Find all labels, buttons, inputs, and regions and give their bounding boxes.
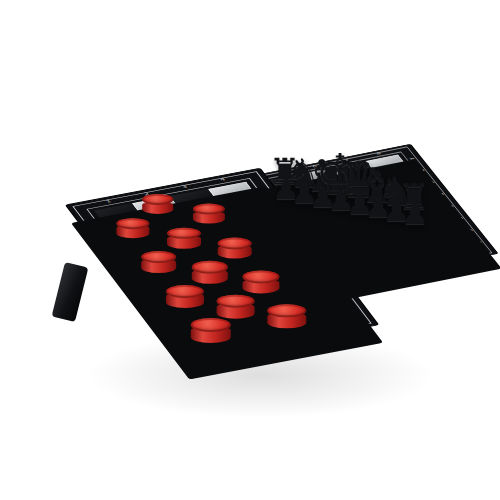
coordinate-number: 3 bbox=[178, 184, 193, 190]
checker-top bbox=[242, 271, 279, 284]
red-checker-piece bbox=[141, 251, 177, 273]
red-checker-piece bbox=[167, 228, 201, 249]
coordinate-number: 1 bbox=[102, 198, 117, 204]
red-checker-piece bbox=[217, 237, 252, 259]
red-checker-piece bbox=[267, 304, 307, 328]
red-checker-piece bbox=[216, 294, 255, 318]
red-checker-piece bbox=[191, 261, 227, 284]
red-checker-piece bbox=[242, 271, 279, 294]
red-checker-piece bbox=[116, 218, 149, 239]
checker-top bbox=[191, 261, 227, 274]
coordinate-number: 4 bbox=[216, 176, 231, 182]
checker-top bbox=[267, 304, 307, 318]
checker-top bbox=[190, 318, 231, 332]
chess-piece-pawn: ♟ bbox=[402, 197, 429, 232]
red-checker-piece bbox=[142, 194, 174, 214]
red-checker-piece bbox=[192, 204, 224, 224]
checker-top bbox=[116, 218, 149, 230]
checker-top bbox=[142, 194, 174, 205]
checker-top bbox=[167, 228, 201, 240]
red-checker-piece bbox=[166, 284, 204, 308]
product-photo-stage: ABCDEFGH55667788 ABCDEFGH11223344 ♜♞♝♚♛♝… bbox=[0, 0, 500, 500]
clasp-latch bbox=[52, 262, 89, 322]
checker-top bbox=[217, 237, 252, 249]
red-checker-piece bbox=[190, 318, 231, 343]
